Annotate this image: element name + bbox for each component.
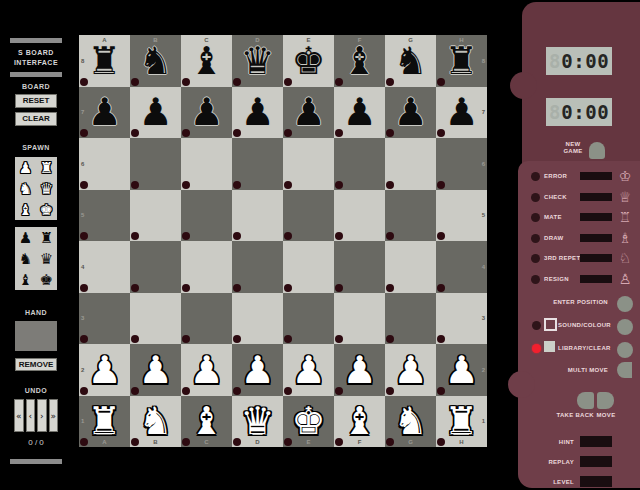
- square-led-dot: [386, 232, 394, 240]
- square-led-dot: [284, 284, 292, 292]
- spawn-black-pawn[interactable]: ♟: [15, 227, 36, 248]
- square-h3[interactable]: 3: [436, 293, 487, 345]
- error-button[interactable]: [580, 172, 612, 180]
- square-led-dot: [284, 438, 292, 446]
- square-led-dot: [437, 181, 445, 189]
- square-g6[interactable]: [385, 138, 436, 190]
- square-led-dot: [182, 232, 190, 240]
- square-a2[interactable]: 2♟: [79, 344, 130, 396]
- square-led-dot: [233, 335, 241, 343]
- status-label: MATE: [544, 214, 562, 221]
- chess-computer-panel: 8 0:00 8 0:00 NEW GAME ERROR ♔ CHECK ♕ M…: [522, 2, 640, 488]
- status-label: CHECK: [544, 194, 567, 201]
- undo-forward-button[interactable]: ›: [37, 399, 47, 432]
- square-c5[interactable]: [181, 190, 232, 242]
- square-c8[interactable]: C♝: [181, 35, 232, 87]
- square-b5[interactable]: [130, 190, 181, 242]
- replay-label: REPLAY: [548, 459, 574, 466]
- square-led-dot: [131, 335, 139, 343]
- file-label: F: [358, 37, 362, 43]
- square-f2[interactable]: ♟: [334, 344, 385, 396]
- pawn-icon: ♙: [615, 272, 635, 286]
- file-label: C: [204, 439, 208, 445]
- square-e6[interactable]: [283, 138, 334, 190]
- square-led-dot: [437, 335, 445, 343]
- square-e1[interactable]: E♚: [283, 396, 334, 448]
- square-g7[interactable]: ♟: [385, 87, 436, 139]
- rank-label: 3: [81, 315, 84, 321]
- square-led-dot: [284, 232, 292, 240]
- file-label: H: [459, 439, 463, 445]
- take-back-button[interactable]: [577, 392, 594, 409]
- panel-bump-top: [510, 72, 537, 99]
- square-d2[interactable]: ♟: [232, 344, 283, 396]
- square-e4[interactable]: [283, 241, 334, 293]
- square-led-dot: [131, 78, 139, 86]
- undo-last-button[interactable]: »: [49, 399, 59, 432]
- hint-label: HINT: [559, 439, 574, 446]
- square-led-dot: [182, 78, 190, 86]
- rank-label: 2: [81, 367, 84, 373]
- square-led-dot: [335, 232, 343, 240]
- square-f3[interactable]: [334, 293, 385, 345]
- square-led-dot: [335, 78, 343, 86]
- undo-back-button[interactable]: ‹: [26, 399, 36, 432]
- square-b4[interactable]: [130, 241, 181, 293]
- enter-position-button[interactable]: [617, 296, 633, 312]
- square-led-dot: [386, 335, 394, 343]
- square-led-dot: [335, 335, 343, 343]
- multi-move-button[interactable]: [617, 362, 632, 378]
- square-led-dot: [182, 438, 190, 446]
- mate-button[interactable]: [580, 213, 612, 221]
- square-c6[interactable]: [181, 138, 232, 190]
- square-f8[interactable]: F♝: [334, 35, 385, 87]
- enter-position-label: ENTER POSITION: [553, 299, 608, 306]
- square-d5[interactable]: [232, 190, 283, 242]
- square-led-dot: [284, 129, 292, 137]
- square-led-dot: [437, 78, 445, 86]
- sidebar-title-line1: S BOARD: [8, 48, 64, 58]
- check-led: [531, 193, 540, 202]
- 3rd-repet-button[interactable]: [580, 254, 612, 262]
- square-led-dot: [335, 129, 343, 137]
- rank-label: 5: [482, 212, 485, 218]
- square-d1[interactable]: D♛: [232, 396, 283, 448]
- rank-label: 4: [482, 264, 485, 270]
- new-game-label-line2: GAME: [558, 148, 588, 155]
- square-led-dot: [335, 438, 343, 446]
- square-led-dot: [437, 284, 445, 292]
- mate-led: [531, 213, 540, 222]
- file-label: G: [408, 439, 413, 445]
- square-g3[interactable]: [385, 293, 436, 345]
- file-label: A: [102, 37, 106, 43]
- remove-button[interactable]: REMOVE: [15, 358, 57, 371]
- sidebar-title: S BOARD INTERFACE: [8, 48, 64, 68]
- spawn-black-queen[interactable]: ♛: [36, 248, 57, 269]
- sound-colour-square-icon: [544, 318, 557, 331]
- square-h1[interactable]: H1♜: [436, 396, 487, 448]
- spawn-white-knight[interactable]: ♞: [15, 178, 36, 199]
- file-label: H: [459, 37, 463, 43]
- spawn-black-rook[interactable]: ♜: [36, 227, 57, 248]
- clock-display-2: 8 0:00: [546, 98, 612, 126]
- resign-led: [531, 275, 540, 284]
- sound-colour-label: SOUND/COLOUR: [558, 322, 611, 329]
- square-c1[interactable]: C♝: [181, 396, 232, 448]
- status-label: 3RD REPET: [544, 255, 580, 262]
- square-f1[interactable]: F♝: [334, 396, 385, 448]
- clock-1-time: 0:00: [561, 50, 609, 72]
- panel-bump-bottom: [508, 371, 535, 398]
- rank-label: 8: [482, 58, 485, 64]
- spawn-section-label: SPAWN: [8, 144, 64, 151]
- draw-led: [531, 234, 540, 243]
- square-led-dot: [233, 438, 241, 446]
- spawn-black-bishop[interactable]: ♝: [15, 269, 36, 290]
- move-button[interactable]: [597, 392, 614, 409]
- square-led-dot: [386, 181, 394, 189]
- square-led-dot: [386, 284, 394, 292]
- square-f4[interactable]: [334, 241, 385, 293]
- rank-label: 5: [81, 212, 84, 218]
- square-d4[interactable]: [232, 241, 283, 293]
- square-c2[interactable]: ♟: [181, 344, 232, 396]
- square-led-dot: [335, 181, 343, 189]
- square-led-dot: [386, 78, 394, 86]
- square-led-dot: [437, 129, 445, 137]
- square-led-dot: [284, 181, 292, 189]
- library-clear-button[interactable]: [617, 342, 633, 358]
- square-e8[interactable]: E♚: [283, 35, 334, 87]
- square-led-dot: [386, 387, 394, 395]
- square-b3[interactable]: [130, 293, 181, 345]
- square-led-dot: [233, 284, 241, 292]
- square-led-dot: [80, 181, 88, 189]
- knight-icon: ♘: [615, 251, 635, 265]
- replay-button[interactable]: [580, 456, 612, 467]
- square-b8[interactable]: B♞: [130, 35, 181, 87]
- library-clear-led: [532, 344, 541, 353]
- square-led-dot: [437, 387, 445, 395]
- check-button[interactable]: [580, 193, 612, 201]
- clear-button[interactable]: CLEAR: [15, 112, 57, 126]
- level-label: LEVEL: [553, 479, 574, 486]
- spawn-black-knight[interactable]: ♞: [15, 248, 36, 269]
- sound-colour-led: [532, 321, 541, 330]
- status-label: ERROR: [544, 173, 567, 180]
- square-led-dot: [182, 284, 190, 292]
- undo-counter: 0 / 0: [8, 438, 64, 447]
- square-led-dot: [182, 129, 190, 137]
- square-led-dot: [284, 387, 292, 395]
- file-label: F: [358, 439, 362, 445]
- square-led-dot: [335, 284, 343, 292]
- square-h2[interactable]: 2♟: [436, 344, 487, 396]
- file-label: D: [255, 37, 259, 43]
- bishop-icon: ♗: [615, 231, 635, 245]
- clock-2-time: 0:00: [561, 101, 609, 123]
- lcd-ghost-digit: 8: [549, 101, 560, 123]
- reset-button[interactable]: RESET: [15, 94, 57, 108]
- square-a1[interactable]: A1♜: [79, 396, 130, 448]
- square-led-dot: [131, 232, 139, 240]
- square-led-dot: [284, 335, 292, 343]
- spawn-white-bishop[interactable]: ♝: [15, 199, 36, 220]
- square-led-dot: [233, 387, 241, 395]
- sidebar: S BOARD INTERFACE BOARD RESET CLEAR SPAW…: [8, 38, 64, 464]
- square-g5[interactable]: [385, 190, 436, 242]
- square-h8[interactable]: H8♜: [436, 35, 487, 87]
- rank-label: 6: [81, 161, 84, 167]
- file-label: B: [153, 37, 157, 43]
- hand-slot[interactable]: [15, 321, 57, 351]
- square-d6[interactable]: [232, 138, 283, 190]
- spawn-grid-black: ♟♜♞♛♝♚: [14, 226, 58, 291]
- sidebar-title-line2: INTERFACE: [8, 58, 64, 68]
- square-led-dot: [80, 129, 88, 137]
- square-c4[interactable]: [181, 241, 232, 293]
- board-section-label: BOARD: [8, 83, 64, 90]
- hand-section-label: HAND: [8, 309, 64, 316]
- square-b1[interactable]: B♞: [130, 396, 181, 448]
- square-b6[interactable]: [130, 138, 181, 190]
- undo-controls: «‹›»: [14, 399, 58, 432]
- divider: [10, 459, 62, 464]
- square-g8[interactable]: G♞: [385, 35, 436, 87]
- divider: [10, 38, 62, 43]
- file-label: B: [153, 439, 157, 445]
- hint-button[interactable]: [580, 436, 612, 447]
- multi-move-label: MULTI MOVE: [568, 367, 608, 374]
- 3rd-repet-led: [531, 254, 540, 263]
- square-led-dot: [386, 438, 394, 446]
- file-label: E: [306, 37, 310, 43]
- square-f5[interactable]: [334, 190, 385, 242]
- spawn-white-pawn[interactable]: ♟: [15, 157, 36, 178]
- square-led-dot: [182, 181, 190, 189]
- square-led-dot: [284, 78, 292, 86]
- new-game-label: NEW GAME: [558, 141, 588, 155]
- square-a8[interactable]: A8♜: [79, 35, 130, 87]
- library-clear-label: LIBRARY/CLEAR: [558, 345, 611, 352]
- rank-label: 4: [81, 264, 84, 270]
- square-led-dot: [131, 438, 139, 446]
- status-label: RESIGN: [544, 276, 569, 283]
- rank-label: 3: [482, 315, 485, 321]
- square-led-dot: [131, 129, 139, 137]
- square-f6[interactable]: [334, 138, 385, 190]
- new-game-label-line1: NEW: [558, 141, 588, 148]
- square-led-dot: [131, 284, 139, 292]
- sound-colour-button[interactable]: [617, 319, 633, 335]
- square-b2[interactable]: ♟: [130, 344, 181, 396]
- square-a4[interactable]: 4: [79, 241, 130, 293]
- square-led-dot: [182, 387, 190, 395]
- square-led-dot: [182, 335, 190, 343]
- square-led-dot: [80, 335, 88, 343]
- square-led-dot: [80, 387, 88, 395]
- error-led: [531, 172, 540, 181]
- rank-label: 8: [81, 58, 84, 64]
- square-e7[interactable]: ♟: [283, 87, 334, 139]
- square-led-dot: [386, 129, 394, 137]
- undo-first-button[interactable]: «: [14, 399, 24, 432]
- square-led-dot: [233, 232, 241, 240]
- square-led-dot: [80, 438, 88, 446]
- square-led-dot: [80, 78, 88, 86]
- rank-label: 2: [482, 367, 485, 373]
- take-back-label: TAKE BACK: [542, 412, 594, 419]
- status-label: DRAW: [544, 235, 564, 242]
- square-h5[interactable]: 5: [436, 190, 487, 242]
- square-d8[interactable]: D♛: [232, 35, 283, 87]
- square-a5[interactable]: 5: [79, 190, 130, 242]
- rank-label: 7: [482, 109, 485, 115]
- chess-board: A8♜B♞C♝D♛E♚F♝G♞H8♜7♟♟♟♟♟♟♟7♟665544332♟♟♟…: [74, 30, 492, 460]
- rank-label: 6: [482, 161, 485, 167]
- new-game-button[interactable]: [589, 142, 605, 159]
- spawn-black-king[interactable]: ♚: [36, 269, 57, 290]
- square-led-dot: [131, 181, 139, 189]
- file-label: D: [255, 439, 259, 445]
- square-b7[interactable]: ♟: [130, 87, 181, 139]
- square-e2[interactable]: ♟: [283, 344, 334, 396]
- resign-button[interactable]: [580, 275, 612, 283]
- king-icon: ♔: [615, 169, 635, 183]
- queen-icon: ♕: [615, 190, 635, 204]
- spawn-white-queen[interactable]: ♛: [36, 178, 57, 199]
- square-c3[interactable]: [181, 293, 232, 345]
- move-label: MOVE: [596, 412, 616, 419]
- rook-icon: ♖: [615, 210, 635, 224]
- rank-label: 7: [81, 109, 84, 115]
- square-a3[interactable]: 3: [79, 293, 130, 345]
- square-led-dot: [437, 232, 445, 240]
- square-e3[interactable]: [283, 293, 334, 345]
- square-g4[interactable]: [385, 241, 436, 293]
- undo-section-label: UNDO: [8, 387, 64, 394]
- spawn-white-king[interactable]: ♚: [36, 199, 57, 220]
- rank-label: 1: [81, 418, 84, 424]
- square-f7[interactable]: ♟: [334, 87, 385, 139]
- divider: [10, 72, 62, 77]
- square-d7[interactable]: ♟: [232, 87, 283, 139]
- square-led-dot: [80, 284, 88, 292]
- square-g1[interactable]: G♞: [385, 396, 436, 448]
- square-e5[interactable]: [283, 190, 334, 242]
- level-button[interactable]: [580, 476, 612, 487]
- clock-display-1: 8 0:00: [546, 47, 612, 75]
- file-label: E: [306, 439, 310, 445]
- square-h7[interactable]: 7♟: [436, 87, 487, 139]
- lcd-ghost-digit: 8: [549, 50, 560, 72]
- square-h4[interactable]: 4: [436, 241, 487, 293]
- square-led-dot: [233, 78, 241, 86]
- square-led-dot: [335, 387, 343, 395]
- square-led-dot: [437, 438, 445, 446]
- chess-app: { "game": "chess", "position": { "fen": …: [0, 0, 640, 490]
- square-led-dot: [80, 232, 88, 240]
- draw-button[interactable]: [580, 234, 612, 242]
- square-d3[interactable]: [232, 293, 283, 345]
- file-label: G: [408, 37, 413, 43]
- square-led-dot: [131, 387, 139, 395]
- file-label: C: [204, 37, 208, 43]
- square-h6[interactable]: 6: [436, 138, 487, 190]
- square-g2[interactable]: ♟: [385, 344, 436, 396]
- square-led-dot: [233, 181, 241, 189]
- square-a7[interactable]: 7♟: [79, 87, 130, 139]
- file-label: A: [102, 439, 106, 445]
- library-clear-square-icon: [544, 341, 555, 352]
- square-c7[interactable]: ♟: [181, 87, 232, 139]
- spawn-grid-white: ♟♜♞♛♝♚: [14, 156, 58, 221]
- square-led-dot: [233, 129, 241, 137]
- square-a6[interactable]: 6: [79, 138, 130, 190]
- rank-label: 1: [482, 418, 485, 424]
- spawn-white-rook[interactable]: ♜: [36, 157, 57, 178]
